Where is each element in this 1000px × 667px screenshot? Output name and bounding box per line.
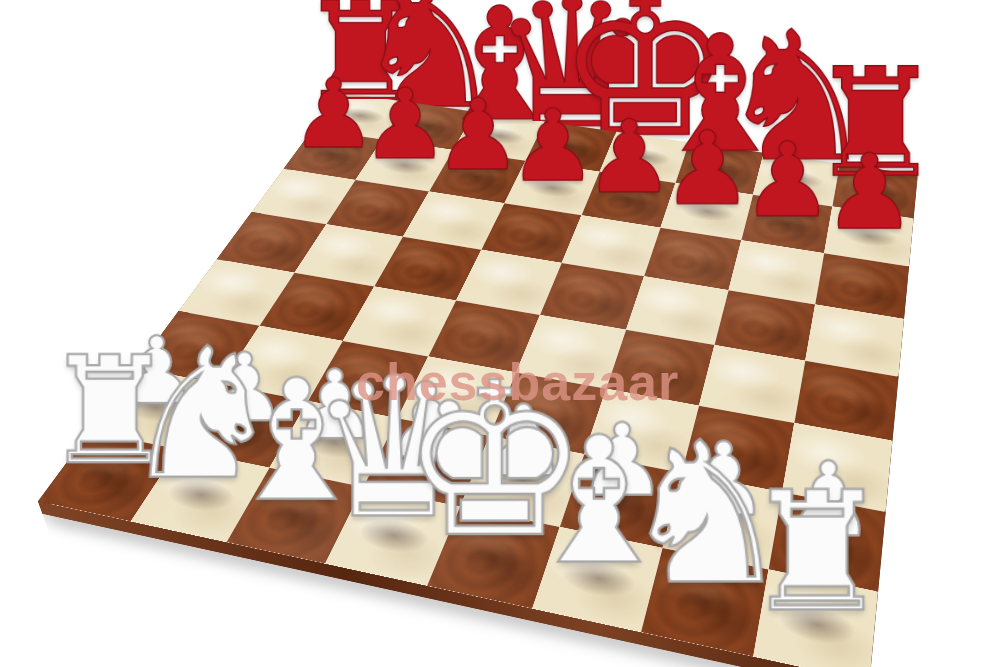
pieces-layer: ♜♞♝♛♚♝♞♜♟♟♟♟♟♟♟♟♟♟♟♟♟♟♟♟♜♞♝♛♚♝♞♜ [38, 92, 918, 667]
white-rook-icon: ♜ [614, 470, 1000, 635]
chess-board-3d: ♜♞♝♛♚♝♞♜♟♟♟♟♟♟♟♟♟♟♟♟♟♟♟♟♜♞♝♛♚♝♞♜ [38, 92, 918, 667]
product-photo-scene: ♜♞♝♛♚♝♞♜♟♟♟♟♟♟♟♟♟♟♟♟♟♟♟♟♜♞♝♛♚♝♞♜ chessba… [0, 0, 1000, 667]
red-pawn-icon: ♟ [721, 140, 1000, 244]
